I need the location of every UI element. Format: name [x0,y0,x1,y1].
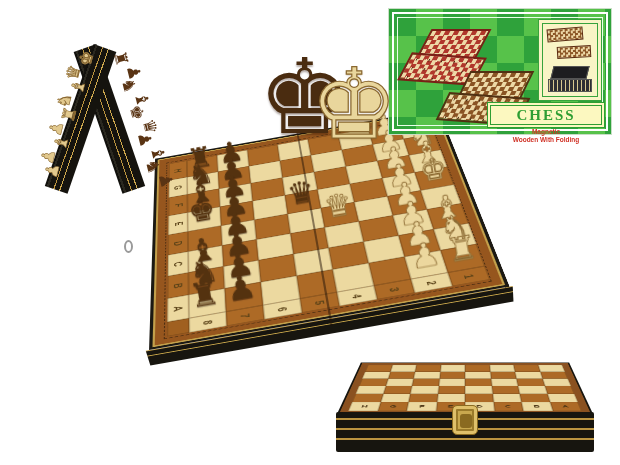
showcase-pieces: ♚ ♚ [250,38,380,168]
case-letter-F: F [407,402,437,411]
file-label-text: B [172,282,184,289]
case-letter-B: B [521,402,552,411]
case-letter-text: B [533,405,540,409]
white-king: ♚ [418,153,449,187]
square-a7: ♟ [225,282,263,312]
case-letter-text: A [562,405,570,409]
box-title-band: CHESS [490,105,602,125]
file-label-text: F [173,202,183,207]
case-square [410,386,438,394]
case-square [383,386,412,394]
rank-label-text: 5 [313,299,326,305]
magnet-light-pawn: ♟ [43,161,63,180]
square-e8: ♚ [188,207,222,232]
file-label-B: B [168,273,189,299]
closed-case-front-edge [336,412,594,452]
case-square [352,394,383,402]
box-thumb-folded-case-2 [557,45,592,59]
case-square [414,372,440,379]
case-letter-C: C [493,402,523,411]
case-letter-text: C [505,405,512,409]
file-label-text: A [172,305,184,312]
black-king: ♚ [186,194,217,228]
case-letter-A: A [550,402,582,411]
clasp-icon [452,405,478,435]
square-a6 [261,276,300,305]
case-square [359,379,388,386]
case-square [490,372,516,379]
file-label-E: E [168,212,188,234]
box-thumb-open-case [548,66,592,96]
file-label-text: E [173,221,184,227]
case-square [409,394,438,402]
case-square [547,394,578,402]
case-square [386,379,414,386]
case-letter-text: F [419,405,425,409]
box-title: CHESS [516,107,575,124]
case-letter-text: H [361,405,369,409]
rank-label-text: 7 [239,312,251,318]
retail-box: CHESS Magnetic Wooden With Folding [388,8,612,135]
case-square [439,372,465,379]
showcase-light-king: ♚ [310,52,398,156]
case-square [465,386,492,394]
clasp-keyhole [460,414,472,428]
case-square [516,379,544,386]
case-square [491,379,518,386]
case-square [515,372,542,379]
file-label-text: C [172,260,183,266]
rank-label-text: 8 [202,319,214,325]
case-square [520,394,550,402]
case-square [362,372,390,379]
white-pawn: ♟ [408,237,443,275]
square-a2: ♟ [405,250,448,279]
case-square [412,379,439,386]
case-square [437,394,465,402]
magnet-light-rook: ♜ [60,105,80,124]
rank-label-text: 6 [276,306,289,312]
case-square [518,386,547,394]
case-letter-G: G [377,402,408,411]
case-square [542,379,571,386]
product-photo: ♚♛♝♞♜♟♝♟♟♜♟♞♝♚♛♟♝♞♟ ♚ ♚ CHESS M [0,0,620,465]
box-cream-panel [538,19,602,101]
case-square [544,386,574,394]
box-subtitle: Magnetic Wooden With Folding [490,128,602,144]
case-square [439,379,465,386]
magnet-dark-pawn: ♟ [156,171,176,190]
box-thumb-folded-case-1 [547,26,584,42]
case-letter-H: H [348,402,380,411]
case-square [465,372,491,379]
case-square [491,386,519,394]
black-queen: ♛ [285,176,316,210]
case-square [465,379,491,386]
case-square [388,372,415,379]
rank-label-text: 3 [388,286,401,292]
box-subtitle-line-2: Wooden With Folding [490,136,602,144]
clasp-hook-icon [124,240,133,253]
case-square [356,386,386,394]
rank-label-text: 1 [462,273,475,279]
rank-label-text: 2 [425,280,438,286]
box-thumb-open-case-lid [550,66,589,79]
folded-magnetic-board: ♚♛♝♞♜♟♝♟♟♜♟♞♝♚♛♟♝♞♟ [15,22,195,187]
box-subtitle-line-1: Magnetic [490,128,602,136]
case-square [380,394,410,402]
black-rook: ♜ [187,276,222,314]
closed-case: HGFEDCBA [330,332,600,452]
rank-label-text: 4 [350,293,363,299]
file-label-text: D [173,240,184,246]
black-pawn: ♟ [224,269,259,307]
case-square [465,394,493,402]
case-letter-text: G [389,405,397,409]
magnet-light-bishop: ♝ [68,77,88,96]
case-square [438,386,465,394]
white-rook: ♜ [445,230,480,268]
case-square [492,394,521,402]
box-thumb-open-case-base [548,79,592,92]
case-square [540,372,568,379]
white-queen: ♛ [322,189,354,224]
